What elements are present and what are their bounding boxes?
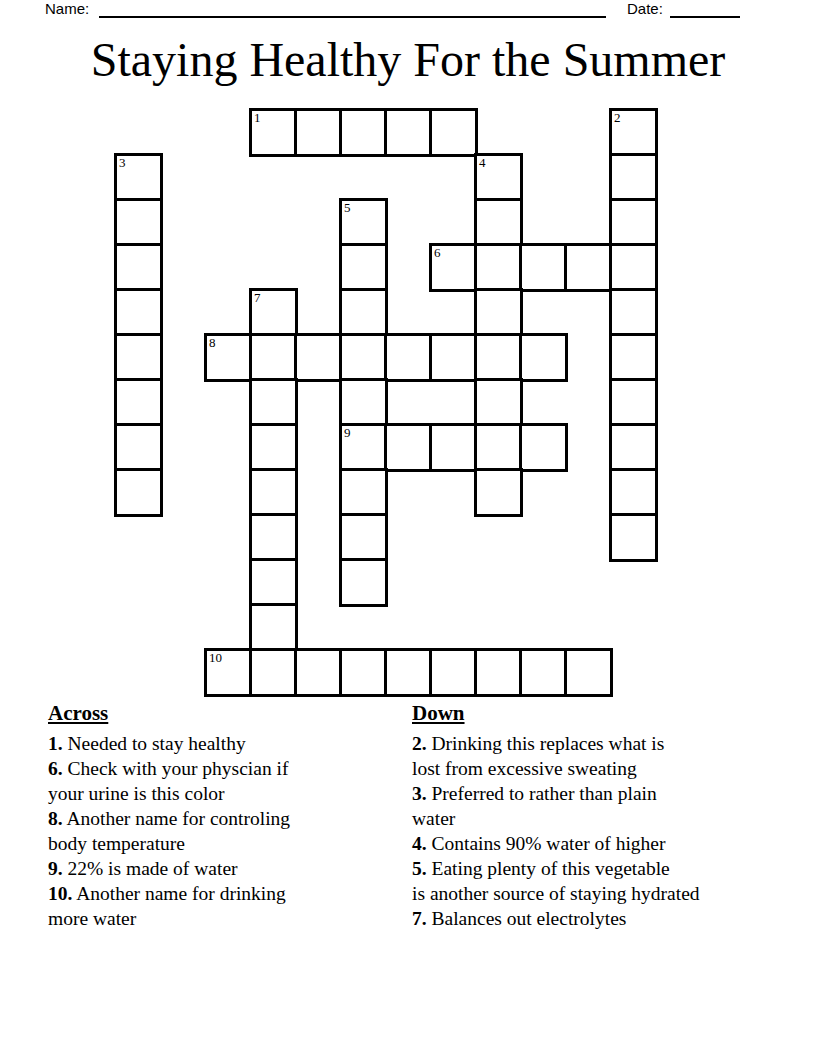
grid-cell[interactable] bbox=[296, 335, 341, 380]
grid-cell[interactable] bbox=[521, 650, 566, 695]
across-clue: 10. Another name for drinking more water bbox=[48, 881, 400, 931]
clue-text: Balances out electrolytes bbox=[432, 908, 627, 929]
grid-cell[interactable] bbox=[341, 380, 386, 425]
grid-cell[interactable] bbox=[341, 110, 386, 155]
cell-number: 7 bbox=[254, 290, 261, 305]
grid-cell[interactable] bbox=[116, 245, 161, 290]
grid-cell[interactable]: 5 bbox=[341, 200, 386, 245]
clue-num: 6. bbox=[48, 758, 63, 779]
grid-cell[interactable]: 9 bbox=[341, 425, 386, 470]
grid-cell[interactable] bbox=[116, 290, 161, 335]
grid-cell[interactable] bbox=[611, 380, 656, 425]
grid-cell[interactable]: 1 bbox=[251, 110, 296, 155]
grid-cell[interactable] bbox=[476, 470, 521, 515]
down-clue: 5. Eating plenty of this vegetable is an… bbox=[412, 856, 816, 906]
down-clue: 4. Contains 90% water of higher bbox=[412, 831, 816, 856]
grid-cell[interactable] bbox=[476, 335, 521, 380]
grid-cell[interactable] bbox=[431, 425, 476, 470]
grid-cell[interactable] bbox=[521, 245, 566, 290]
grid-cell[interactable]: 8 bbox=[206, 335, 251, 380]
grid-cell[interactable] bbox=[386, 110, 431, 155]
grid-cell[interactable] bbox=[341, 245, 386, 290]
grid-cell[interactable] bbox=[431, 650, 476, 695]
grid-cell[interactable] bbox=[386, 425, 431, 470]
clue-num: 5. bbox=[412, 858, 427, 879]
grid-cell[interactable] bbox=[341, 560, 386, 605]
clue-num: 8. bbox=[48, 808, 63, 829]
grid-cell[interactable] bbox=[611, 470, 656, 515]
clue-num: 1. bbox=[48, 733, 63, 754]
grid-cell[interactable] bbox=[476, 245, 521, 290]
clue-text: Eating plenty of this vegetable is anoth… bbox=[412, 858, 700, 904]
cell-number: 9 bbox=[344, 425, 351, 440]
grid-cell[interactable] bbox=[611, 335, 656, 380]
date-underline[interactable] bbox=[670, 16, 740, 18]
date-label: Date: bbox=[627, 1, 663, 17]
puzzle-title: Staying Healthy For the Summer bbox=[0, 34, 816, 86]
clue-text: Needed to stay healthy bbox=[68, 733, 246, 754]
grid-cell[interactable] bbox=[251, 380, 296, 425]
cell-number: 3 bbox=[119, 155, 126, 170]
worksheet-page: Name: Date: Staying Healthy For the Summ… bbox=[0, 0, 816, 1056]
grid-cell[interactable] bbox=[431, 335, 476, 380]
grid-cell[interactable] bbox=[251, 335, 296, 380]
clue-text: Check with your physcian if your urine i… bbox=[48, 758, 288, 804]
grid-cell[interactable] bbox=[386, 335, 431, 380]
grid-cell[interactable]: 7 bbox=[251, 290, 296, 335]
grid-cell[interactable] bbox=[611, 245, 656, 290]
clue-num: 4. bbox=[412, 833, 427, 854]
grid-cell[interactable] bbox=[251, 605, 296, 650]
grid-cell[interactable] bbox=[521, 425, 566, 470]
down-heading: Down bbox=[412, 701, 816, 726]
across-clues-section: Across 1. Needed to stay healthy 6. Chec… bbox=[48, 701, 400, 931]
grid-cell[interactable] bbox=[476, 380, 521, 425]
clue-text: Another name for drinking more water bbox=[48, 883, 286, 929]
grid-cell[interactable] bbox=[296, 110, 341, 155]
cell-number: 10 bbox=[209, 650, 222, 665]
grid-cell[interactable] bbox=[251, 470, 296, 515]
clue-num: 7. bbox=[412, 908, 427, 929]
grid-cell[interactable] bbox=[341, 335, 386, 380]
down-clues-section: Down 2. Drinking this replaces what is l… bbox=[412, 701, 816, 931]
grid-cell[interactable] bbox=[251, 515, 296, 560]
grid-cell[interactable] bbox=[611, 155, 656, 200]
cell-number: 8 bbox=[209, 335, 216, 350]
grid-cell[interactable] bbox=[251, 650, 296, 695]
cell-number: 5 bbox=[344, 200, 351, 215]
clue-num: 3. bbox=[412, 783, 427, 804]
grid-cell[interactable] bbox=[431, 110, 476, 155]
grid-cell[interactable] bbox=[116, 380, 161, 425]
cell-number: 2 bbox=[614, 110, 621, 125]
grid-cell[interactable] bbox=[611, 290, 656, 335]
down-clue: 3. Preferred to rather than plain water bbox=[412, 781, 816, 831]
grid-cell[interactable]: 6 bbox=[431, 245, 476, 290]
grid-cell[interactable] bbox=[611, 200, 656, 245]
grid-cell[interactable] bbox=[116, 335, 161, 380]
clue-num: 2. bbox=[412, 733, 427, 754]
grid-cell[interactable] bbox=[386, 650, 431, 695]
cell-number: 6 bbox=[434, 245, 441, 260]
grid-cell[interactable] bbox=[476, 650, 521, 695]
grid-cell[interactable] bbox=[476, 425, 521, 470]
grid-cell[interactable] bbox=[476, 200, 521, 245]
clue-text: Another name for controling body tempera… bbox=[48, 808, 290, 854]
cell-number: 4 bbox=[479, 155, 486, 170]
across-heading: Across bbox=[48, 701, 400, 726]
down-clue: 2. Drinking this replaces what is lost f… bbox=[412, 731, 816, 781]
clue-text: 22% is made of water bbox=[68, 858, 238, 879]
clue-num: 10. bbox=[48, 883, 72, 904]
grid-cell[interactable]: 4 bbox=[476, 155, 521, 200]
crossword-grid: 12345678910 bbox=[116, 110, 656, 695]
grid-cell[interactable]: 2 bbox=[611, 110, 656, 155]
name-label: Name: bbox=[45, 1, 89, 17]
grid-cell[interactable] bbox=[566, 245, 611, 290]
across-clue: 8. Another name for controling body temp… bbox=[48, 806, 400, 856]
grid-cell[interactable] bbox=[341, 515, 386, 560]
grid-cell[interactable] bbox=[116, 425, 161, 470]
clue-text: Drinking this replaces what is lost from… bbox=[412, 733, 664, 779]
grid-cell[interactable] bbox=[296, 650, 341, 695]
clue-num: 9. bbox=[48, 858, 63, 879]
grid-cell[interactable] bbox=[116, 470, 161, 515]
grid-cell[interactable] bbox=[116, 200, 161, 245]
grid-cell[interactable] bbox=[341, 470, 386, 515]
grid-cell[interactable]: 3 bbox=[116, 155, 161, 200]
grid-cell[interactable] bbox=[251, 560, 296, 605]
across-clue: 1. Needed to stay healthy bbox=[48, 731, 400, 756]
grid-cell[interactable] bbox=[521, 335, 566, 380]
grid-cell[interactable] bbox=[611, 425, 656, 470]
grid-cell[interactable] bbox=[341, 650, 386, 695]
across-clue: 9. 22% is made of water bbox=[48, 856, 400, 881]
clue-text: Preferred to rather than plain water bbox=[412, 783, 657, 829]
grid-cell[interactable] bbox=[476, 290, 521, 335]
name-underline[interactable] bbox=[99, 16, 606, 18]
cell-number: 1 bbox=[254, 110, 261, 125]
down-clue: 7. Balances out electrolytes bbox=[412, 906, 816, 931]
grid-cell[interactable] bbox=[341, 290, 386, 335]
grid-cell[interactable] bbox=[251, 425, 296, 470]
across-clue: 6. Check with your physcian if your urin… bbox=[48, 756, 400, 806]
clue-text: Contains 90% water of higher bbox=[432, 833, 666, 854]
grid-cell[interactable] bbox=[611, 515, 656, 560]
grid-cell[interactable] bbox=[566, 650, 611, 695]
grid-cell[interactable]: 10 bbox=[206, 650, 251, 695]
